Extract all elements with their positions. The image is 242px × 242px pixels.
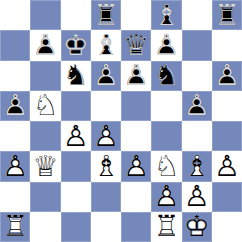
piece-black-pawn[interactable]: ♟♙ <box>31 31 60 60</box>
piece-outline-glyph: ♙ <box>152 182 181 211</box>
square-c4[interactable]: ♟♙ <box>61 121 91 151</box>
piece-outline-glyph: ♘ <box>61 61 90 90</box>
piece-outline-glyph: ♙ <box>61 122 90 151</box>
piece-outline-glyph: ♖ <box>91 1 120 30</box>
square-c8[interactable] <box>61 0 91 30</box>
square-h7[interactable] <box>212 30 242 60</box>
piece-white-rook[interactable]: ♜♖ <box>1 212 30 241</box>
piece-white-pawn[interactable]: ♟♙ <box>152 182 181 211</box>
square-g5[interactable]: ♟♙ <box>182 91 212 121</box>
piece-outline-glyph: ♗ <box>91 31 120 60</box>
square-h4[interactable] <box>212 121 242 151</box>
piece-outline-glyph: ♖ <box>212 1 241 30</box>
piece-black-rook[interactable]: ♜♖ <box>91 1 120 30</box>
piece-outline-glyph: ♘ <box>31 91 60 120</box>
piece-outline-glyph: ♙ <box>122 61 151 90</box>
square-c1[interactable] <box>61 212 91 242</box>
piece-black-rook[interactable]: ♜♖ <box>212 1 241 30</box>
square-g3[interactable]: ♝♗ <box>182 151 212 181</box>
square-b4[interactable] <box>30 121 60 151</box>
square-d8[interactable]: ♜♖ <box>91 0 121 30</box>
square-g4[interactable] <box>182 121 212 151</box>
square-a1[interactable]: ♜♖ <box>0 212 30 242</box>
square-e4[interactable] <box>121 121 151 151</box>
square-g2[interactable]: ♟♙ <box>182 182 212 212</box>
piece-white-bishop[interactable]: ♝♗ <box>182 152 211 181</box>
piece-outline-glyph: ♙ <box>1 152 30 181</box>
piece-white-pawn[interactable]: ♟♙ <box>212 152 241 181</box>
square-d6[interactable]: ♟♙ <box>91 61 121 91</box>
piece-black-king[interactable]: ♚♔ <box>61 31 90 60</box>
piece-outline-glyph: ♙ <box>212 152 241 181</box>
piece-black-knight[interactable]: ♞♘ <box>61 61 90 90</box>
square-f1[interactable]: ♜♖ <box>151 212 181 242</box>
piece-black-pawn[interactable]: ♟♙ <box>152 31 181 60</box>
piece-outline-glyph: ♗ <box>182 152 211 181</box>
square-d7[interactable]: ♝♗ <box>91 30 121 60</box>
square-h3[interactable]: ♟♙ <box>212 151 242 181</box>
piece-outline-glyph: ♙ <box>182 182 211 211</box>
piece-black-queen[interactable]: ♛♕ <box>122 31 151 60</box>
piece-white-queen[interactable]: ♛♕ <box>31 152 60 181</box>
square-h8[interactable]: ♜♖ <box>212 0 242 30</box>
square-d3[interactable]: ♝♗ <box>91 151 121 181</box>
square-d2[interactable] <box>91 182 121 212</box>
square-f8[interactable]: ♝♗ <box>151 0 181 30</box>
square-c7[interactable]: ♚♔ <box>61 30 91 60</box>
square-e3[interactable]: ♟♙ <box>121 151 151 181</box>
piece-white-bishop[interactable]: ♝♗ <box>91 152 120 181</box>
square-c6[interactable]: ♞♘ <box>61 61 91 91</box>
square-g6[interactable] <box>182 61 212 91</box>
piece-white-pawn[interactable]: ♟♙ <box>91 122 120 151</box>
piece-white-knight[interactable]: ♞♘ <box>152 152 181 181</box>
square-h1[interactable] <box>212 212 242 242</box>
square-f4[interactable] <box>151 121 181 151</box>
square-d4[interactable]: ♟♙ <box>91 121 121 151</box>
piece-outline-glyph: ♘ <box>152 152 181 181</box>
square-b1[interactable] <box>30 212 60 242</box>
piece-black-pawn[interactable]: ♟♙ <box>1 91 30 120</box>
square-h2[interactable] <box>212 182 242 212</box>
square-a5[interactable]: ♟♙ <box>0 91 30 121</box>
piece-black-pawn[interactable]: ♟♙ <box>182 91 211 120</box>
piece-outline-glyph: ♔ <box>182 212 211 241</box>
piece-black-bishop[interactable]: ♝♗ <box>152 1 181 30</box>
square-b6[interactable] <box>30 61 60 91</box>
piece-outline-glyph: ♘ <box>152 61 181 90</box>
piece-white-rook[interactable]: ♜♖ <box>152 212 181 241</box>
piece-white-pawn[interactable]: ♟♙ <box>61 122 90 151</box>
piece-white-pawn[interactable]: ♟♙ <box>182 182 211 211</box>
piece-black-knight[interactable]: ♞♘ <box>152 61 181 90</box>
piece-outline-glyph: ♖ <box>152 212 181 241</box>
piece-black-pawn[interactable]: ♟♙ <box>212 61 241 90</box>
square-b7[interactable]: ♟♙ <box>30 30 60 60</box>
square-g7[interactable] <box>182 30 212 60</box>
square-c2[interactable] <box>61 182 91 212</box>
square-b3[interactable]: ♛♕ <box>30 151 60 181</box>
square-e6[interactable]: ♟♙ <box>121 61 151 91</box>
square-a6[interactable] <box>0 61 30 91</box>
square-a3[interactable]: ♟♙ <box>0 151 30 181</box>
square-g8[interactable] <box>182 0 212 30</box>
square-a7[interactable] <box>0 30 30 60</box>
piece-outline-glyph: ♕ <box>122 31 151 60</box>
square-e7[interactable]: ♛♕ <box>121 30 151 60</box>
piece-outline-glyph: ♙ <box>212 61 241 90</box>
piece-outline-glyph: ♙ <box>122 152 151 181</box>
piece-outline-glyph: ♔ <box>61 31 90 60</box>
square-f3[interactable]: ♞♘ <box>151 151 181 181</box>
piece-outline-glyph: ♙ <box>91 61 120 90</box>
piece-outline-glyph: ♙ <box>152 31 181 60</box>
square-e5[interactable] <box>121 91 151 121</box>
square-a4[interactable] <box>0 121 30 151</box>
square-f7[interactable]: ♟♙ <box>151 30 181 60</box>
square-c3[interactable] <box>61 151 91 181</box>
square-c5[interactable] <box>61 91 91 121</box>
square-d5[interactable] <box>91 91 121 121</box>
piece-outline-glyph: ♗ <box>152 1 181 30</box>
square-g1[interactable]: ♚♔ <box>182 212 212 242</box>
piece-outline-glyph: ♙ <box>1 91 30 120</box>
square-f5[interactable] <box>151 91 181 121</box>
square-f6[interactable]: ♞♘ <box>151 61 181 91</box>
square-b5[interactable]: ♞♘ <box>30 91 60 121</box>
piece-outline-glyph: ♙ <box>182 91 211 120</box>
chess-board: ♜♖♝♗♜♖♟♙♚♔♝♗♛♕♟♙♞♘♟♙♟♙♞♘♟♙♟♙♞♘♟♙♟♙♟♙♟♙♛♕… <box>0 0 242 242</box>
piece-white-pawn[interactable]: ♟♙ <box>122 152 151 181</box>
piece-black-bishop[interactable]: ♝♗ <box>91 31 120 60</box>
piece-outline-glyph: ♙ <box>31 31 60 60</box>
square-a2[interactable] <box>0 182 30 212</box>
square-h5[interactable] <box>212 91 242 121</box>
square-a8[interactable] <box>0 0 30 30</box>
piece-outline-glyph: ♙ <box>91 122 120 151</box>
square-d1[interactable] <box>91 212 121 242</box>
square-h6[interactable]: ♟♙ <box>212 61 242 91</box>
piece-outline-glyph: ♖ <box>1 212 30 241</box>
piece-outline-glyph: ♗ <box>91 152 120 181</box>
piece-white-knight[interactable]: ♞♘ <box>31 91 60 120</box>
piece-black-pawn[interactable]: ♟♙ <box>91 61 120 90</box>
square-b2[interactable] <box>30 182 60 212</box>
piece-outline-glyph: ♕ <box>31 152 60 181</box>
piece-black-pawn[interactable]: ♟♙ <box>122 61 151 90</box>
square-f2[interactable]: ♟♙ <box>151 182 181 212</box>
piece-white-king[interactable]: ♚♔ <box>182 212 211 241</box>
square-e8[interactable] <box>121 0 151 30</box>
square-e1[interactable] <box>121 212 151 242</box>
piece-white-pawn[interactable]: ♟♙ <box>1 152 30 181</box>
square-e2[interactable] <box>121 182 151 212</box>
square-b8[interactable] <box>30 0 60 30</box>
